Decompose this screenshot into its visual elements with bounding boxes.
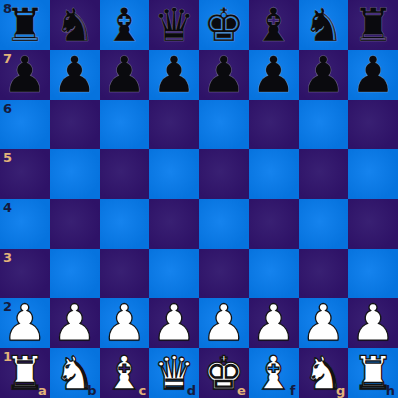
square-e4[interactable] <box>199 199 249 249</box>
square-b5[interactable] <box>50 149 100 199</box>
chess-board: 8♜♞♝♛♚♝♞♜7♟♟♟♟♟♟♟♟65432♟♟♟♟♟♟♟♟1a♜b♞c♝d♛… <box>0 0 398 398</box>
square-h7[interactable]: ♟ <box>348 50 398 100</box>
white-rook-icon[interactable]: ♜ <box>4 350 45 396</box>
black-pawn-icon[interactable]: ♟ <box>2 50 47 100</box>
square-a2[interactable]: 2♟ <box>0 298 50 348</box>
square-c4[interactable] <box>100 199 150 249</box>
square-b1[interactable]: b♞ <box>50 348 100 398</box>
square-g7[interactable]: ♟ <box>299 50 349 100</box>
square-a7[interactable]: 7♟ <box>0 50 50 100</box>
square-a8[interactable]: 8♜ <box>0 0 50 50</box>
rank-label-4: 4 <box>3 201 12 214</box>
black-rook-icon[interactable]: ♜ <box>4 2 45 48</box>
square-d5[interactable] <box>149 149 199 199</box>
black-bishop-icon[interactable]: ♝ <box>104 2 145 48</box>
black-pawn-icon[interactable]: ♟ <box>301 50 346 100</box>
square-g6[interactable] <box>299 100 349 150</box>
square-h8[interactable]: ♜ <box>348 0 398 50</box>
square-f8[interactable]: ♝ <box>249 0 299 50</box>
black-pawn-icon[interactable]: ♟ <box>152 50 197 100</box>
black-pawn-icon[interactable]: ♟ <box>52 50 97 100</box>
square-b3[interactable] <box>50 249 100 299</box>
square-c5[interactable] <box>100 149 150 199</box>
white-queen-icon[interactable]: ♛ <box>154 350 195 396</box>
square-e6[interactable] <box>199 100 249 150</box>
rank-label-3: 3 <box>3 251 12 264</box>
white-knight-icon[interactable]: ♞ <box>54 350 95 396</box>
square-e7[interactable]: ♟ <box>199 50 249 100</box>
square-c7[interactable]: ♟ <box>100 50 150 100</box>
square-d2[interactable]: ♟ <box>149 298 199 348</box>
square-b6[interactable] <box>50 100 100 150</box>
white-knight-icon[interactable]: ♞ <box>303 350 344 396</box>
square-c1[interactable]: c♝ <box>100 348 150 398</box>
square-a4[interactable]: 4 <box>0 199 50 249</box>
white-pawn-icon[interactable]: ♟ <box>351 298 396 348</box>
white-pawn-icon[interactable]: ♟ <box>152 298 197 348</box>
white-pawn-icon[interactable]: ♟ <box>52 298 97 348</box>
square-g4[interactable] <box>299 199 349 249</box>
square-d3[interactable] <box>149 249 199 299</box>
square-f2[interactable]: ♟ <box>249 298 299 348</box>
square-g1[interactable]: g♞ <box>299 348 349 398</box>
square-a3[interactable]: 3 <box>0 249 50 299</box>
square-g3[interactable] <box>299 249 349 299</box>
square-b8[interactable]: ♞ <box>50 0 100 50</box>
white-bishop-icon[interactable]: ♝ <box>253 350 294 396</box>
square-c3[interactable] <box>100 249 150 299</box>
square-d6[interactable] <box>149 100 199 150</box>
square-a6[interactable]: 6 <box>0 100 50 150</box>
square-g5[interactable] <box>299 149 349 199</box>
white-pawn-icon[interactable]: ♟ <box>102 298 147 348</box>
square-d7[interactable]: ♟ <box>149 50 199 100</box>
black-rook-icon[interactable]: ♜ <box>353 2 394 48</box>
square-c2[interactable]: ♟ <box>100 298 150 348</box>
square-e5[interactable] <box>199 149 249 199</box>
square-g8[interactable]: ♞ <box>299 0 349 50</box>
white-pawn-icon[interactable]: ♟ <box>301 298 346 348</box>
white-pawn-icon[interactable]: ♟ <box>201 298 246 348</box>
white-rook-icon[interactable]: ♜ <box>353 350 394 396</box>
black-knight-icon[interactable]: ♞ <box>54 2 95 48</box>
square-h6[interactable] <box>348 100 398 150</box>
square-e1[interactable]: e♚ <box>199 348 249 398</box>
square-a5[interactable]: 5 <box>0 149 50 199</box>
square-b7[interactable]: ♟ <box>50 50 100 100</box>
square-e2[interactable]: ♟ <box>199 298 249 348</box>
square-h4[interactable] <box>348 199 398 249</box>
black-pawn-icon[interactable]: ♟ <box>351 50 396 100</box>
square-f1[interactable]: f♝ <box>249 348 299 398</box>
black-queen-icon[interactable]: ♛ <box>154 2 195 48</box>
white-bishop-icon[interactable]: ♝ <box>104 350 145 396</box>
square-e8[interactable]: ♚ <box>199 0 249 50</box>
black-bishop-icon[interactable]: ♝ <box>253 2 294 48</box>
square-h5[interactable] <box>348 149 398 199</box>
square-c6[interactable] <box>100 100 150 150</box>
square-e3[interactable] <box>199 249 249 299</box>
square-g2[interactable]: ♟ <box>299 298 349 348</box>
square-d1[interactable]: d♛ <box>149 348 199 398</box>
square-f3[interactable] <box>249 249 299 299</box>
square-b2[interactable]: ♟ <box>50 298 100 348</box>
square-h3[interactable] <box>348 249 398 299</box>
rank-label-5: 5 <box>3 151 12 164</box>
square-b4[interactable] <box>50 199 100 249</box>
square-d4[interactable] <box>149 199 199 249</box>
square-c8[interactable]: ♝ <box>100 0 150 50</box>
square-h1[interactable]: h♜ <box>348 348 398 398</box>
white-pawn-icon[interactable]: ♟ <box>251 298 296 348</box>
black-pawn-icon[interactable]: ♟ <box>251 50 296 100</box>
black-knight-icon[interactable]: ♞ <box>303 2 344 48</box>
square-a1[interactable]: 1a♜ <box>0 348 50 398</box>
black-pawn-icon[interactable]: ♟ <box>201 50 246 100</box>
square-f7[interactable]: ♟ <box>249 50 299 100</box>
square-f4[interactable] <box>249 199 299 249</box>
black-king-icon[interactable]: ♚ <box>203 2 244 48</box>
square-h2[interactable]: ♟ <box>348 298 398 348</box>
black-pawn-icon[interactable]: ♟ <box>102 50 147 100</box>
square-f6[interactable] <box>249 100 299 150</box>
square-f5[interactable] <box>249 149 299 199</box>
white-king-icon[interactable]: ♚ <box>203 350 244 396</box>
square-d8[interactable]: ♛ <box>149 0 199 50</box>
white-pawn-icon[interactable]: ♟ <box>2 298 47 348</box>
